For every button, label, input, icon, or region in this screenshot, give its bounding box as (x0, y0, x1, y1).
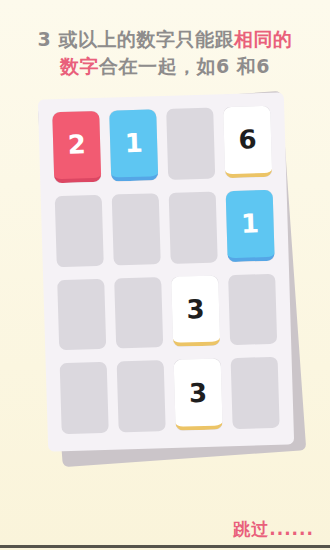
board-grid: 216133 (52, 106, 279, 434)
cell-r3c2: 3 (174, 359, 223, 431)
tile-1-r0c1[interactable]: 1 (109, 109, 158, 181)
cell-r2c2: 3 (171, 275, 220, 347)
cell-r0c0: 2 (52, 111, 101, 183)
tutorial-line2-gray: 合在一起，如6 和6 (99, 55, 270, 77)
tile-1-r1c3[interactable]: 1 (226, 190, 275, 262)
cell-r3c3 (231, 357, 280, 429)
cell-r0c2 (166, 108, 215, 180)
skip-button[interactable]: 跳过...... (233, 518, 314, 541)
cell-r3c1 (117, 360, 166, 432)
tutorial-text: 3 或以上的数字只能跟相同的 数字合在一起，如6 和6 (0, 26, 330, 80)
game-board[interactable]: 216133 (38, 92, 294, 451)
tutorial-line1-gray: 3 或以上的数字只能跟 (38, 28, 234, 50)
tutorial-line-2: 数字合在一起，如6 和6 (0, 53, 330, 80)
tutorial-line-1: 3 或以上的数字只能跟相同的 (0, 26, 330, 53)
cell-r2c1 (114, 277, 163, 349)
cell-r2c0 (57, 278, 106, 350)
tile-6-r0c3[interactable]: 6 (223, 106, 272, 178)
tile-2-r0c0[interactable]: 2 (52, 111, 101, 183)
cell-r0c1: 1 (109, 109, 158, 181)
tile-3-r3c2[interactable]: 3 (174, 359, 223, 431)
cell-r1c1 (112, 193, 161, 265)
cell-r2c3 (228, 273, 277, 345)
cell-r1c3: 1 (226, 190, 275, 262)
tutorial-line1-highlight: 相同的 (234, 28, 293, 50)
tile-3-r2c2[interactable]: 3 (171, 275, 220, 347)
tutorial-line2-highlight: 数字 (60, 55, 99, 77)
cell-r1c0 (55, 195, 104, 267)
cell-r0c3: 6 (223, 106, 272, 178)
cell-r1c2 (169, 191, 218, 263)
bottom-edge-bar (0, 545, 330, 548)
cell-r3c0 (60, 362, 109, 434)
